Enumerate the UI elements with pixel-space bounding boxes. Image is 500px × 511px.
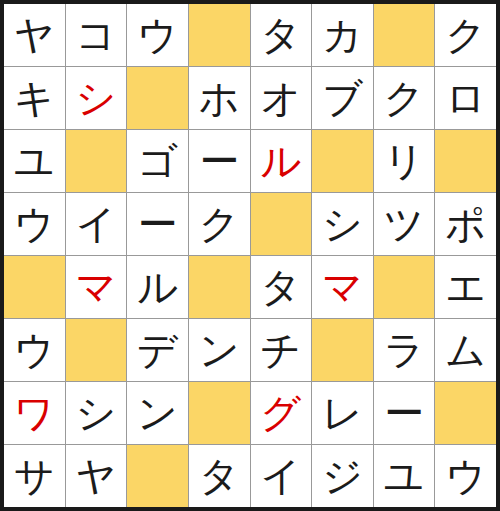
letter-cell[interactable]: ウ [127,4,188,66]
letter-cell[interactable]: ゴ [127,130,188,192]
letter-cell[interactable]: タ [189,445,250,507]
letter-cell[interactable]: ウ [4,193,65,255]
letter-cell[interactable]: ウ [4,319,65,381]
letter-cell[interactable]: ー [127,193,188,255]
letter-cell[interactable]: カ [312,4,373,66]
letter-cell[interactable]: ル [127,256,188,318]
letter-cell[interactable]: シ [66,382,127,444]
blocked-cell [312,319,373,381]
crossword-board: ヤコウタカクキシホオブクロユゴールリウイークシツポマルタマエウデンチラムワシング… [0,0,500,511]
letter-cell[interactable]: キ [4,67,65,129]
letter-cell[interactable]: オ [251,67,312,129]
blocked-cell [66,319,127,381]
blocked-cell [251,193,312,255]
letter-cell[interactable]: ク [374,67,435,129]
letter-cell[interactable]: ワ [4,382,65,444]
blocked-cell [66,130,127,192]
letter-cell[interactable]: ー [374,382,435,444]
letter-cell[interactable]: ユ [374,445,435,507]
blocked-cell [4,256,65,318]
blocked-cell [189,4,250,66]
letter-cell[interactable]: ク [189,193,250,255]
letter-cell[interactable]: ロ [435,67,496,129]
blocked-cell [127,445,188,507]
letter-cell[interactable]: ク [435,4,496,66]
blocked-cell [435,382,496,444]
letter-cell[interactable]: ツ [374,193,435,255]
letter-cell[interactable]: シ [66,67,127,129]
letter-cell[interactable]: ウ [435,445,496,507]
letter-cell[interactable]: マ [312,256,373,318]
letter-cell[interactable]: デ [127,319,188,381]
letter-cell[interactable]: イ [251,445,312,507]
crossword-puzzle: ヤコウタカクキシホオブクロユゴールリウイークシツポマルタマエウデンチラムワシング… [0,0,500,511]
letter-cell[interactable]: ー [189,130,250,192]
letter-cell[interactable]: ラ [374,319,435,381]
letter-cell[interactable]: サ [4,445,65,507]
letter-cell[interactable]: ヤ [4,4,65,66]
letter-cell[interactable]: ジ [312,445,373,507]
blocked-cell [189,256,250,318]
letter-cell[interactable]: チ [251,319,312,381]
blocked-cell [374,256,435,318]
letter-cell[interactable]: ブ [312,67,373,129]
letter-cell[interactable]: ヤ [66,445,127,507]
blocked-cell [435,130,496,192]
blocked-cell [127,67,188,129]
blocked-cell [312,130,373,192]
blocked-cell [189,382,250,444]
blocked-cell [374,4,435,66]
letter-cell[interactable]: リ [374,130,435,192]
letter-cell[interactable]: タ [251,256,312,318]
letter-cell[interactable]: ン [127,382,188,444]
letter-cell[interactable]: タ [251,4,312,66]
letter-cell[interactable]: ユ [4,130,65,192]
letter-cell[interactable]: ン [189,319,250,381]
letter-cell[interactable]: イ [66,193,127,255]
letter-cell[interactable]: レ [312,382,373,444]
letter-cell[interactable]: マ [66,256,127,318]
letter-cell[interactable]: ル [251,130,312,192]
letter-cell[interactable]: ポ [435,193,496,255]
letter-cell[interactable]: シ [312,193,373,255]
letter-cell[interactable]: グ [251,382,312,444]
letter-cell[interactable]: エ [435,256,496,318]
letter-cell[interactable]: ム [435,319,496,381]
letter-cell[interactable]: ホ [189,67,250,129]
letter-cell[interactable]: コ [66,4,127,66]
